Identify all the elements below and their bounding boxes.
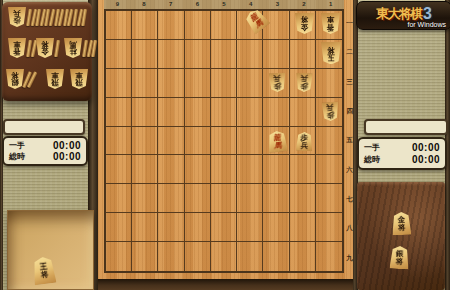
board-cell-7-7[interactable] [158,184,184,213]
piece-kanji: 将 [398,223,406,231]
board-cell-4-2[interactable] [237,40,263,69]
file-labels: 987654321 [104,0,344,9]
piece-box[interactable]: 王将 [7,210,94,290]
shogi-board[interactable]: 987654321 一二三四五六七八九 龍馬金将香車玉将歩兵歩兵歩兵龍馬歩兵 [98,0,353,279]
board-cell-5-6[interactable] [211,155,237,184]
piece-kanji: 桂 [69,48,77,56]
piece-kanji: 銀 [11,79,19,87]
board-cell-4-7[interactable] [237,184,263,213]
move-time-value: 00:00 [53,140,81,151]
board-cell-7-3[interactable] [158,69,184,98]
shogi-piece-金将[interactable]: 金将 [392,212,412,236]
gote-hand-tray[interactable]: 歩兵香車金将桂馬銀将飛車飛車 [2,2,92,101]
total-time-value: 00:00 [412,154,440,165]
hand-group-歩兵[interactable]: 歩兵 [8,7,86,27]
rank-label-7: 七 [346,185,353,214]
hand-group-香車[interactable]: 香車 [8,38,35,58]
board-cell-1-3[interactable] [316,69,342,98]
board-cell-4-3[interactable] [237,69,263,98]
board-cell-3-7[interactable] [263,184,289,213]
board-cell-5-2[interactable] [211,40,237,69]
board-cell-4-8[interactable] [237,213,263,242]
piece-kanji: 将 [327,46,335,54]
total-time-label: 総時 [364,154,380,165]
shogi-piece-金将[interactable]: 金将 [36,38,54,58]
file-label-6: 6 [184,0,211,9]
file-label-2: 2 [291,0,318,9]
board-cell-5-1[interactable] [211,11,237,40]
rank-label-9: 九 [346,244,353,273]
board-cell-1-9[interactable] [316,242,342,271]
board-cell-1-5[interactable] [316,127,342,156]
rank-label-4: 四 [346,97,353,126]
piece-kanji: 車 [327,16,335,24]
board-cell-5-3[interactable] [211,69,237,98]
shogi-piece-銀将[interactable]: 銀将 [389,246,409,270]
piece-kanji: 歩 [274,82,282,90]
piece-kanji: 将 [11,72,19,80]
board-cell-9-3[interactable] [106,69,132,98]
piece-kanji: 兵 [300,141,308,149]
hand-group-飛車[interactable]: 飛車 [70,69,88,89]
shogi-piece-玉将[interactable]: 玉将 [321,42,341,65]
board-cell-9-7[interactable] [106,184,132,213]
app-logo: 東大将棋 3 for Windows [356,1,450,30]
move-time-label: 一手 [364,142,380,153]
board-cell-3-4[interactable] [263,98,289,127]
logo-subtitle: for Windows [407,21,446,28]
board-cell-2-8[interactable] [290,213,316,242]
board-cell-4-9[interactable] [237,242,263,271]
piece-kanji: 馬 [274,141,282,149]
total-time-label: 総時 [9,151,25,162]
hand-group-桂馬[interactable]: 桂馬 [64,38,96,58]
board-cell-8-9[interactable] [132,242,158,271]
total-time-value: 00:00 [53,151,81,162]
board-cell-1-7[interactable] [316,184,342,213]
board-cell-2-9[interactable] [290,242,316,271]
gote-name-plate [3,119,85,135]
file-label-4: 4 [237,0,264,9]
board-cell-6-8[interactable] [185,213,211,242]
board-cell-6-1[interactable] [185,11,211,40]
piece-kanji: 歩 [13,17,21,25]
board-cell-7-1[interactable] [158,11,184,40]
board-cell-9-9[interactable] [106,242,132,271]
board-cell-5-5[interactable] [211,127,237,156]
rank-label-5: 五 [346,126,353,155]
piece-kanji: 金 [300,24,308,32]
sente-name-plate [364,119,448,135]
file-label-3: 3 [264,0,291,9]
rank-labels: 一二三四五六七八九 [346,9,353,273]
board-cell-5-8[interactable] [211,213,237,242]
rank-label-2: 二 [346,38,353,67]
file-label-1: 1 [317,0,344,9]
piece-kanji: 将 [300,16,308,24]
board-cell-4-6[interactable] [237,155,263,184]
board-cell-8-6[interactable] [132,155,158,184]
board-cell-5-7[interactable] [211,184,237,213]
piece-edge [81,9,87,26]
hand-group-金将[interactable]: 金将 [36,38,59,58]
shogi-piece-香車[interactable]: 香車 [321,13,340,34]
board-cell-2-4[interactable] [290,98,316,127]
board-cell-5-4[interactable] [211,98,237,127]
board-cell-8-3[interactable] [132,69,158,98]
gote-clock: 一手 00:00 総時 00:00 [2,136,88,166]
file-label-9: 9 [104,0,131,9]
sente-clock: 一手 00:00 総時 00:00 [357,137,447,170]
file-label-7: 7 [157,0,184,9]
shogi-piece-王将[interactable]: 王将 [31,256,56,285]
board-cell-5-9[interactable] [211,242,237,271]
piece-kanji: 飛 [75,79,83,87]
piece-kanji: 車 [13,41,21,49]
board-cell-8-5[interactable] [132,127,158,156]
board-cell-3-2[interactable] [263,40,289,69]
piece-kanji: 馬 [69,41,77,49]
board-cell-4-4[interactable] [237,98,263,127]
rank-label-3: 三 [346,68,353,97]
board-cell-8-8[interactable] [132,213,158,242]
file-label-5: 5 [211,0,238,9]
board-cell-1-6[interactable] [316,155,342,184]
piece-kanji: 兵 [300,75,308,83]
board-cell-8-7[interactable] [132,184,158,213]
board-cell-7-5[interactable] [158,127,184,156]
rank-label-6: 六 [346,156,353,185]
shogi-piece-桂馬[interactable]: 桂馬 [64,38,82,58]
board-cell-9-4[interactable] [106,98,132,127]
board-bottom-shadow [98,278,353,290]
board-cell-7-4[interactable] [158,98,184,127]
piece-kanji: 香 [13,48,21,56]
board-cell-2-2[interactable] [290,40,316,69]
board-cell-6-2[interactable] [185,40,211,69]
board-cell-6-7[interactable] [185,184,211,213]
board-cell-9-1[interactable] [106,11,132,40]
board-cell-1-8[interactable] [316,213,342,242]
board-cell-6-5[interactable] [185,127,211,156]
board-cell-9-8[interactable] [106,213,132,242]
piece-kanji: 兵 [273,75,281,83]
board-cell-9-5[interactable] [106,127,132,156]
piece-kanji: 馬 [254,18,265,29]
shogi-piece-飛車[interactable]: 飛車 [70,69,88,89]
board-cell-2-6[interactable] [290,155,316,184]
shogi-piece-歩兵[interactable]: 歩兵 [8,7,26,27]
board-cell-9-6[interactable] [106,155,132,184]
piece-kanji: 将 [395,257,403,265]
board-cell-4-5[interactable] [237,127,263,156]
hand-group-銀将[interactable]: 銀将 [6,69,33,89]
board-cell-6-9[interactable] [185,242,211,271]
board-cell-8-4[interactable] [132,98,158,127]
board-cell-3-8[interactable] [263,213,289,242]
shogi-piece-銀将[interactable]: 銀将 [6,69,24,89]
logo-number: 3 [423,5,432,23]
shogi-piece-飛車[interactable]: 飛車 [46,69,64,89]
board-cell-6-3[interactable] [185,69,211,98]
board-cell-3-9[interactable] [263,242,289,271]
piece-kanji: 金 [41,48,49,56]
board-cell-2-7[interactable] [290,184,316,213]
board-cell-7-6[interactable] [158,155,184,184]
piece-kanji: 歩 [300,82,308,90]
logo-title: 東大将棋 [376,5,422,23]
board-cell-3-1[interactable] [263,11,289,40]
board-cell-7-9[interactable] [158,242,184,271]
board-cell-9-2[interactable] [106,40,132,69]
piece-kanji: 将 [41,41,49,49]
move-time-label: 一手 [9,140,25,151]
board-cell-7-8[interactable] [158,213,184,242]
sente-hand-tray[interactable]: 金将銀将 [357,182,445,290]
board-cell-7-2[interactable] [158,40,184,69]
hand-group-飛車[interactable]: 飛車 [46,69,64,89]
board-cell-6-4[interactable] [185,98,211,127]
piece-kanji: 歩 [327,111,335,119]
piece-kanji: 香 [327,24,335,32]
piece-kanji: 車 [75,72,83,80]
move-time-value: 00:00 [412,142,440,153]
piece-edge [54,40,60,57]
piece-kanji: 兵 [327,104,335,112]
file-label-8: 8 [131,0,158,9]
rank-label-1: 一 [346,9,353,38]
board-cell-6-6[interactable] [185,155,211,184]
piece-kanji: 兵 [13,10,21,18]
piece-kanji: 車 [51,72,59,80]
board-cell-8-1[interactable] [132,11,158,40]
board-cell-8-2[interactable] [132,40,158,69]
piece-kanji: 将 [40,270,48,278]
board-cell-3-6[interactable] [263,155,289,184]
shogi-piece-香車[interactable]: 香車 [8,38,26,58]
piece-kanji: 飛 [51,79,59,87]
rank-label-8: 八 [346,214,353,243]
